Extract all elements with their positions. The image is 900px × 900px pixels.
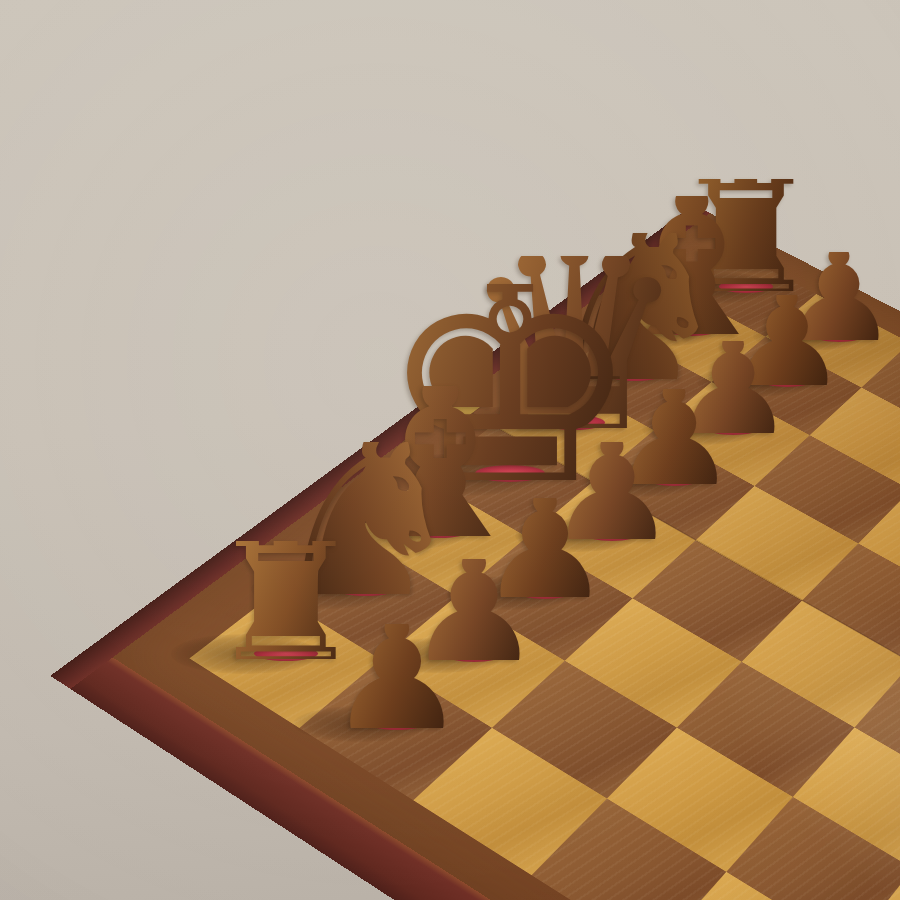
pawn-b1[interactable]: ♟ [319,624,475,728]
photo-stage: ♜♞♝♚♛♞♝♜♟♟♟♟♟♟♟♟ [0,0,900,900]
pawn-glyph: ♟ [319,624,475,728]
